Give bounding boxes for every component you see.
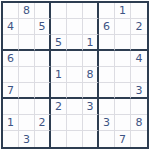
cell-r8c2[interactable] xyxy=(19,115,35,131)
cell-r3c4[interactable]: 5 xyxy=(51,35,67,51)
cell-r5c8[interactable] xyxy=(115,67,131,83)
cell-r6c9[interactable]: 3 xyxy=(131,83,147,99)
cell-r3c9[interactable] xyxy=(131,35,147,51)
cell-r9c1[interactable] xyxy=(3,131,19,147)
cell-r5c2[interactable] xyxy=(19,67,35,83)
cell-r5c1[interactable] xyxy=(3,67,19,83)
cell-r4c5[interactable] xyxy=(67,51,83,67)
cell-r3c2[interactable] xyxy=(19,35,35,51)
cell-r7c2[interactable] xyxy=(19,99,35,115)
cell-r8c4[interactable] xyxy=(51,115,67,131)
cell-r3c8[interactable] xyxy=(115,35,131,51)
cell-r6c4[interactable] xyxy=(51,83,67,99)
cell-r6c8[interactable] xyxy=(115,83,131,99)
cell-r4c2[interactable] xyxy=(19,51,35,67)
cell-r8c7[interactable]: 3 xyxy=(99,115,115,131)
cell-r7c9[interactable] xyxy=(131,99,147,115)
cell-r3c6[interactable]: 1 xyxy=(83,35,99,51)
cell-r6c2[interactable] xyxy=(19,83,35,99)
cell-r4c4[interactable] xyxy=(51,51,67,67)
cell-r2c3[interactable]: 5 xyxy=(35,19,51,35)
cell-r2c1[interactable]: 4 xyxy=(3,19,19,35)
cell-r2c4[interactable] xyxy=(51,19,67,35)
cell-r5c3[interactable] xyxy=(35,67,51,83)
sudoku-board: 8145625164187323123837 xyxy=(1,1,149,149)
cell-r1c9[interactable] xyxy=(131,3,147,19)
cell-r2c7[interactable]: 6 xyxy=(99,19,115,35)
cell-r6c3[interactable] xyxy=(35,83,51,99)
cell-r2c8[interactable] xyxy=(115,19,131,35)
cell-r8c5[interactable] xyxy=(67,115,83,131)
cell-r6c5[interactable] xyxy=(67,83,83,99)
cell-r5c9[interactable] xyxy=(131,67,147,83)
cell-r7c8[interactable] xyxy=(115,99,131,115)
cell-r4c8[interactable] xyxy=(115,51,131,67)
cell-r9c7[interactable] xyxy=(99,131,115,147)
cell-r1c6[interactable] xyxy=(83,3,99,19)
cell-r7c6[interactable]: 3 xyxy=(83,99,99,115)
cell-r9c5[interactable] xyxy=(67,131,83,147)
cell-r5c7[interactable] xyxy=(99,67,115,83)
cell-r1c8[interactable]: 1 xyxy=(115,3,131,19)
cell-r4c9[interactable]: 4 xyxy=(131,51,147,67)
cell-r4c7[interactable] xyxy=(99,51,115,67)
cell-r5c4[interactable]: 1 xyxy=(51,67,67,83)
cell-r6c7[interactable] xyxy=(99,83,115,99)
cell-r2c6[interactable] xyxy=(83,19,99,35)
cell-r8c9[interactable]: 8 xyxy=(131,115,147,131)
cell-r7c4[interactable]: 2 xyxy=(51,99,67,115)
cell-r1c5[interactable] xyxy=(67,3,83,19)
cell-r1c3[interactable] xyxy=(35,3,51,19)
cell-r6c1[interactable]: 7 xyxy=(3,83,19,99)
cell-r9c3[interactable] xyxy=(35,131,51,147)
cell-r7c5[interactable] xyxy=(67,99,83,115)
cell-r3c5[interactable] xyxy=(67,35,83,51)
cell-r9c9[interactable] xyxy=(131,131,147,147)
cell-r3c1[interactable] xyxy=(3,35,19,51)
cell-r1c1[interactable] xyxy=(3,3,19,19)
cell-r1c4[interactable] xyxy=(51,3,67,19)
cell-r7c7[interactable] xyxy=(99,99,115,115)
cell-r8c8[interactable] xyxy=(115,115,131,131)
cell-r4c6[interactable] xyxy=(83,51,99,67)
cell-r2c5[interactable] xyxy=(67,19,83,35)
cell-r2c9[interactable]: 2 xyxy=(131,19,147,35)
cell-r9c2[interactable]: 3 xyxy=(19,131,35,147)
cell-r9c4[interactable] xyxy=(51,131,67,147)
cell-r4c1[interactable]: 6 xyxy=(3,51,19,67)
cell-r3c3[interactable] xyxy=(35,35,51,51)
cell-r4c3[interactable] xyxy=(35,51,51,67)
cell-r6c6[interactable] xyxy=(83,83,99,99)
cell-r3c7[interactable] xyxy=(99,35,115,51)
cell-r5c5[interactable] xyxy=(67,67,83,83)
cell-r2c2[interactable] xyxy=(19,19,35,35)
cell-r8c3[interactable]: 2 xyxy=(35,115,51,131)
cell-r8c6[interactable] xyxy=(83,115,99,131)
cell-r9c8[interactable]: 7 xyxy=(115,131,131,147)
cell-r7c3[interactable] xyxy=(35,99,51,115)
cell-r5c6[interactable]: 8 xyxy=(83,67,99,83)
cell-r1c7[interactable] xyxy=(99,3,115,19)
cell-r8c1[interactable]: 1 xyxy=(3,115,19,131)
cell-r7c1[interactable] xyxy=(3,99,19,115)
cell-r9c6[interactable] xyxy=(83,131,99,147)
cell-r1c2[interactable]: 8 xyxy=(19,3,35,19)
